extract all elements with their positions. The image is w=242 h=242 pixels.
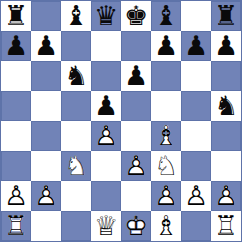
piece-outline-glyph: ♖ (1, 211, 31, 241)
piece-glyph: ♟ (151, 31, 181, 61)
piece-glyph: ♟ (121, 61, 151, 91)
square-g7[interactable]: ♟ (181, 31, 211, 61)
piece-outline-glyph: ♙ (181, 181, 211, 211)
piece-white-pawn[interactable]: ♟♙ (91, 121, 121, 151)
square-e5[interactable] (121, 91, 151, 121)
chess-board: ♜♝♛♚♝♜♟♟♟♟♟♞♟♟♞♟♙♝♗♞♘♟♙♞♘♟♙♟♙♟♙♟♙♟♙♜♖♛♕♚… (0, 0, 242, 242)
piece-outline-glyph: ♙ (121, 151, 151, 181)
piece-outline-glyph: ♙ (211, 181, 241, 211)
square-g8[interactable] (181, 1, 211, 31)
piece-white-rook[interactable]: ♜♖ (211, 211, 241, 241)
piece-glyph: ♚ (121, 1, 151, 31)
square-d7[interactable] (91, 31, 121, 61)
square-e4[interactable] (121, 121, 151, 151)
piece-black-pawn[interactable]: ♟ (151, 31, 181, 61)
square-c5[interactable] (61, 91, 91, 121)
piece-glyph: ♟ (1, 31, 31, 61)
piece-black-pawn[interactable]: ♟ (91, 91, 121, 121)
square-f1[interactable]: ♝♗ (151, 211, 181, 241)
piece-glyph: ♟ (211, 31, 241, 61)
piece-outline-glyph: ♙ (1, 181, 31, 211)
square-g3[interactable] (181, 151, 211, 181)
square-b5[interactable] (31, 91, 61, 121)
square-e8[interactable]: ♚ (121, 1, 151, 31)
piece-white-pawn[interactable]: ♟♙ (31, 181, 61, 211)
piece-outline-glyph: ♙ (91, 121, 121, 151)
square-h2[interactable]: ♟♙ (211, 181, 241, 211)
square-d4[interactable]: ♟♙ (91, 121, 121, 151)
piece-black-pawn[interactable]: ♟ (121, 61, 151, 91)
piece-glyph: ♞ (211, 91, 241, 121)
square-h4[interactable] (211, 121, 241, 151)
square-e3[interactable]: ♟♙ (121, 151, 151, 181)
square-g6[interactable] (181, 61, 211, 91)
piece-black-knight[interactable]: ♞ (211, 91, 241, 121)
piece-outline-glyph: ♘ (61, 151, 91, 181)
piece-glyph: ♛ (91, 1, 121, 31)
square-g5[interactable] (181, 91, 211, 121)
piece-white-pawn[interactable]: ♟♙ (181, 181, 211, 211)
piece-glyph: ♜ (1, 1, 31, 31)
square-c1[interactable] (61, 211, 91, 241)
square-a5[interactable] (1, 91, 31, 121)
square-e7[interactable] (121, 31, 151, 61)
square-f3[interactable]: ♞♘ (151, 151, 181, 181)
square-f5[interactable] (151, 91, 181, 121)
piece-glyph: ♝ (151, 1, 181, 31)
square-d8[interactable]: ♛ (91, 1, 121, 31)
piece-black-knight[interactable]: ♞ (61, 61, 91, 91)
square-h6[interactable] (211, 61, 241, 91)
square-b6[interactable] (31, 61, 61, 91)
square-f4[interactable]: ♝♗ (151, 121, 181, 151)
piece-white-queen[interactable]: ♛♕ (91, 211, 121, 241)
square-g2[interactable]: ♟♙ (181, 181, 211, 211)
piece-black-bishop[interactable]: ♝ (151, 1, 181, 31)
piece-outline-glyph: ♘ (151, 151, 181, 181)
square-c6[interactable]: ♞ (61, 61, 91, 91)
square-a1[interactable]: ♜♖ (1, 211, 31, 241)
piece-white-pawn[interactable]: ♟♙ (121, 151, 151, 181)
square-a4[interactable] (1, 121, 31, 151)
square-d5[interactable]: ♟ (91, 91, 121, 121)
square-c8[interactable]: ♝ (61, 1, 91, 31)
piece-outline-glyph: ♖ (211, 211, 241, 241)
piece-white-pawn[interactable]: ♟♙ (211, 181, 241, 211)
square-h7[interactable]: ♟ (211, 31, 241, 61)
square-h1[interactable]: ♜♖ (211, 211, 241, 241)
piece-black-queen[interactable]: ♛ (91, 1, 121, 31)
piece-white-bishop[interactable]: ♝♗ (151, 121, 181, 151)
piece-white-knight[interactable]: ♞♘ (61, 151, 91, 181)
piece-black-pawn[interactable]: ♟ (181, 31, 211, 61)
piece-outline-glyph: ♗ (151, 211, 181, 241)
piece-black-pawn[interactable]: ♟ (1, 31, 31, 61)
square-d6[interactable] (91, 61, 121, 91)
square-a7[interactable]: ♟ (1, 31, 31, 61)
piece-glyph: ♝ (61, 1, 91, 31)
piece-outline-glyph: ♕ (91, 211, 121, 241)
piece-white-knight[interactable]: ♞♘ (151, 151, 181, 181)
square-d1[interactable]: ♛♕ (91, 211, 121, 241)
square-c3[interactable]: ♞♘ (61, 151, 91, 181)
piece-black-pawn[interactable]: ♟ (211, 31, 241, 61)
square-e6[interactable]: ♟ (121, 61, 151, 91)
square-b7[interactable]: ♟ (31, 31, 61, 61)
piece-white-pawn[interactable]: ♟♙ (1, 181, 31, 211)
piece-outline-glyph: ♗ (151, 121, 181, 151)
square-a3[interactable] (1, 151, 31, 181)
piece-black-pawn[interactable]: ♟ (31, 31, 61, 61)
square-c7[interactable] (61, 31, 91, 61)
square-f7[interactable]: ♟ (151, 31, 181, 61)
piece-glyph: ♟ (91, 91, 121, 121)
square-b3[interactable] (31, 151, 61, 181)
square-g4[interactable] (181, 121, 211, 151)
square-b4[interactable] (31, 121, 61, 151)
square-f8[interactable]: ♝ (151, 1, 181, 31)
square-e1[interactable]: ♚♔ (121, 211, 151, 241)
square-b1[interactable] (31, 211, 61, 241)
piece-black-bishop[interactable]: ♝ (61, 1, 91, 31)
square-b2[interactable]: ♟♙ (31, 181, 61, 211)
square-c4[interactable] (61, 121, 91, 151)
piece-white-king[interactable]: ♚♔ (121, 211, 151, 241)
square-a8[interactable]: ♜ (1, 1, 31, 31)
piece-glyph: ♟ (31, 31, 61, 61)
piece-glyph: ♜ (211, 1, 241, 31)
square-f2[interactable]: ♟♙ (151, 181, 181, 211)
square-h3[interactable] (211, 151, 241, 181)
square-h8[interactable]: ♜ (211, 1, 241, 31)
piece-black-rook[interactable]: ♜ (1, 1, 31, 31)
square-h5[interactable]: ♞ (211, 91, 241, 121)
square-d3[interactable] (91, 151, 121, 181)
piece-outline-glyph: ♔ (121, 211, 151, 241)
square-a2[interactable]: ♟♙ (1, 181, 31, 211)
piece-glyph: ♟ (181, 31, 211, 61)
piece-black-king[interactable]: ♚ (121, 1, 151, 31)
piece-glyph: ♞ (61, 61, 91, 91)
piece-white-bishop[interactable]: ♝♗ (151, 211, 181, 241)
piece-black-rook[interactable]: ♜ (211, 1, 241, 31)
square-g1[interactable] (181, 211, 211, 241)
piece-outline-glyph: ♙ (151, 181, 181, 211)
square-b8[interactable] (31, 1, 61, 31)
piece-white-pawn[interactable]: ♟♙ (151, 181, 181, 211)
piece-outline-glyph: ♙ (31, 181, 61, 211)
square-c2[interactable] (61, 181, 91, 211)
square-e2[interactable] (121, 181, 151, 211)
piece-white-rook[interactable]: ♜♖ (1, 211, 31, 241)
square-d2[interactable] (91, 181, 121, 211)
square-a6[interactable] (1, 61, 31, 91)
square-f6[interactable] (151, 61, 181, 91)
